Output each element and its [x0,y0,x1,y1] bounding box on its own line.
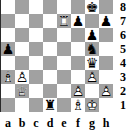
rank-label-4: 4 [113,56,133,70]
square-c6[interactable] [29,28,43,42]
square-e3[interactable] [57,70,71,84]
black-pawn-icon: ♟ [85,28,99,42]
square-e5[interactable] [57,42,71,56]
square-f1[interactable]: ♝♗ [71,98,85,112]
square-a3[interactable]: ♝♗ [1,70,15,84]
square-e4[interactable] [57,56,71,70]
square-e1[interactable] [57,98,71,112]
square-a5[interactable]: ♟ [1,42,15,56]
square-f8[interactable] [71,0,85,14]
square-a2[interactable] [1,84,15,98]
square-d3[interactable] [43,70,57,84]
white-pawn-icon: ♙ [85,70,99,84]
square-g6[interactable]: ♟ [85,28,99,42]
square-g7[interactable] [85,14,99,28]
square-e2[interactable] [57,84,71,98]
file-label-g: g [85,113,99,133]
white-bishop-icon: ♗ [71,98,85,112]
black-queen-icon: ♛ [85,56,99,70]
white-rook-icon: ♖ [57,14,71,28]
square-b8[interactable] [15,0,29,14]
white-pawn-fill: ♟ [99,84,113,98]
square-d1[interactable]: ♜ [43,98,57,112]
square-b5[interactable] [15,42,29,56]
white-pawn-icon: ♙ [99,84,113,98]
rank-label-3: 3 [113,70,133,84]
file-labels: abcdefgh [1,113,113,133]
square-c7[interactable] [29,14,43,28]
square-h2[interactable]: ♟♙ [99,84,113,98]
square-h7[interactable]: ♟ [99,14,113,28]
white-queen-icon: ♕ [15,84,29,98]
black-pawn-icon: ♟ [71,14,85,28]
white-bishop-fill: ♝ [1,70,15,84]
square-g4[interactable]: ♛ [85,56,99,70]
square-h3[interactable] [99,70,113,84]
square-g2[interactable] [85,84,99,98]
square-e6[interactable] [57,28,71,42]
square-f5[interactable] [71,42,85,56]
white-rook-fill: ♜ [57,14,71,28]
square-a4[interactable] [1,56,15,70]
square-h1[interactable] [99,98,113,112]
square-b3[interactable]: ♟♙ [15,70,29,84]
square-c1[interactable] [29,98,43,112]
black-knight-icon: ♞ [85,42,99,56]
square-a1[interactable] [1,98,15,112]
square-d4[interactable] [43,56,57,70]
rank-labels: 87654321 [113,0,133,112]
square-d2[interactable] [43,84,57,98]
square-h5[interactable] [99,42,113,56]
rank-label-5: 5 [113,42,133,56]
square-f7[interactable]: ♟ [71,14,85,28]
square-e7[interactable]: ♜♖ [57,14,71,28]
white-pawn-fill: ♟ [15,70,29,84]
square-h8[interactable] [99,0,113,14]
square-b7[interactable] [15,14,29,28]
file-label-h: h [99,113,113,133]
square-d5[interactable] [43,42,57,56]
rank-label-6: 6 [113,28,133,42]
square-d6[interactable] [43,28,57,42]
white-pawn-fill: ♟ [71,84,85,98]
square-d7[interactable] [43,14,57,28]
file-label-e: e [57,113,71,133]
white-bishop-icon: ♗ [1,70,15,84]
square-a6[interactable] [1,28,15,42]
square-b4[interactable] [15,56,29,70]
white-pawn-icon: ♙ [71,84,85,98]
square-f4[interactable] [71,56,85,70]
chess-board: ♚♜♖♟♟♟♟♞♛♝♗♟♙♟♙♛♕♟♙♟♙♜♝♗♚♔ [0,0,113,112]
file-label-b: b [15,113,29,133]
white-king-fill: ♚ [85,98,99,112]
white-king-icon: ♔ [85,98,99,112]
square-f3[interactable] [71,70,85,84]
square-g5[interactable]: ♞ [85,42,99,56]
square-a7[interactable] [1,14,15,28]
square-g3[interactable]: ♟♙ [85,70,99,84]
file-label-d: d [43,113,57,133]
file-label-c: c [29,113,43,133]
square-f6[interactable] [71,28,85,42]
square-d8[interactable] [43,0,57,14]
square-f2[interactable]: ♟♙ [71,84,85,98]
rank-label-2: 2 [113,84,133,98]
white-pawn-fill: ♟ [85,70,99,84]
square-a8[interactable] [1,0,15,14]
square-b6[interactable] [15,28,29,42]
square-c8[interactable] [29,0,43,14]
rank-label-8: 8 [113,0,133,14]
black-rook-icon: ♜ [43,98,57,112]
black-pawn-icon: ♟ [99,14,113,28]
square-c4[interactable] [29,56,43,70]
black-king-icon: ♚ [85,0,99,14]
square-g8[interactable]: ♚ [85,0,99,14]
white-queen-fill: ♛ [15,84,29,98]
file-label-a: a [1,113,15,133]
rank-label-1: 1 [113,98,133,112]
square-c2[interactable] [29,84,43,98]
square-h4[interactable] [99,56,113,70]
square-b1[interactable] [15,98,29,112]
white-bishop-fill: ♝ [71,98,85,112]
square-b2[interactable]: ♛♕ [15,84,29,98]
rank-label-7: 7 [113,14,133,28]
square-e8[interactable] [57,0,71,14]
square-c5[interactable] [29,42,43,56]
white-pawn-icon: ♙ [15,70,29,84]
square-c3[interactable] [29,70,43,84]
chess-diagram: ♚♜♖♟♟♟♟♞♛♝♗♟♙♟♙♛♕♟♙♟♙♜♝♗♚♔ 87654321 abcd… [0,0,133,133]
square-h6[interactable] [99,28,113,42]
square-g1[interactable]: ♚♔ [85,98,99,112]
black-pawn-icon: ♟ [1,42,15,56]
file-label-f: f [71,113,85,133]
